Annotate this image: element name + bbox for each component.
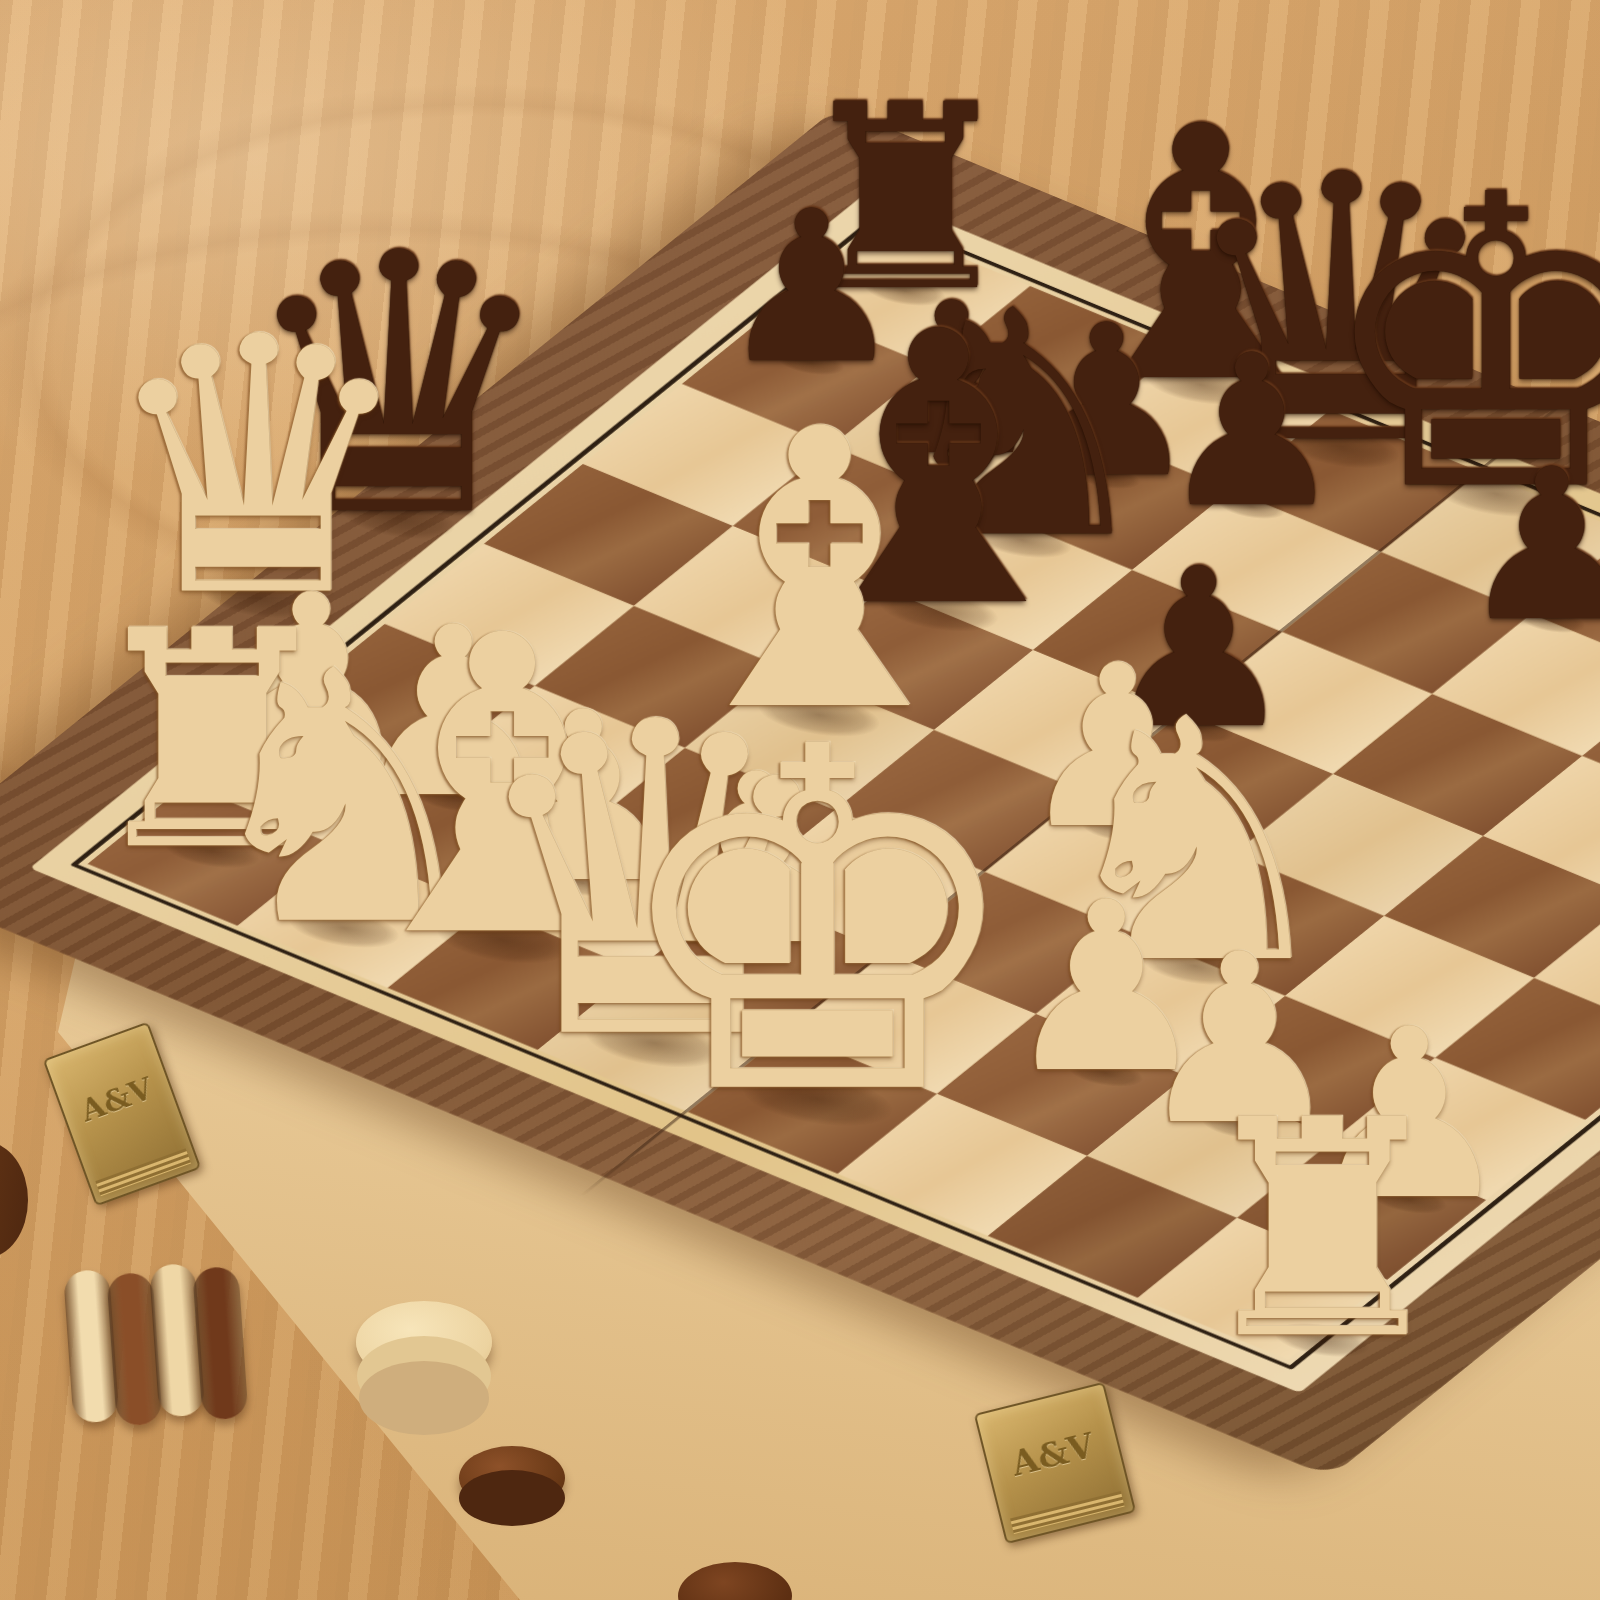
piece-black-pawn-d7[interactable]: ♟: [1158, 327, 1345, 536]
checker-cream-bottom[interactable]: [359, 1361, 489, 1435]
checker-brown-clipped-left[interactable]: [0, 1142, 28, 1258]
checker-brown-side[interactable]: [459, 1470, 565, 1526]
clasp-monogram: A&V: [60, 1064, 173, 1134]
piece-white-king-e1[interactable]: ♚: [606, 687, 1029, 1159]
piece-white-rook-h1[interactable]: ♜: [1188, 1081, 1456, 1380]
piece-black-pawn-f7[interactable]: ♟: [1458, 441, 1600, 650]
checker-disc-on-edge[interactable]: [192, 1266, 248, 1421]
clasp-monogram: A&V: [985, 1420, 1121, 1490]
chess-set-photo-scene: { "game": "chess", "scene_description": …: [0, 0, 1600, 1600]
clasp-grooves: [96, 1148, 191, 1196]
